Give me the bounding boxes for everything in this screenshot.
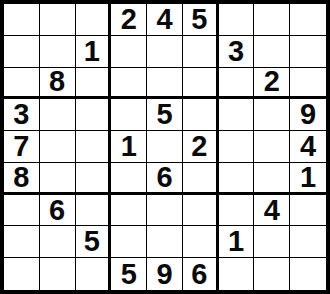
cell-r1c6-given: 5 <box>183 4 219 36</box>
cell-r8c3-given: 5 <box>76 226 112 258</box>
cell-r7c9-empty[interactable] <box>290 195 326 227</box>
cell-r9c2-empty[interactable] <box>40 258 76 290</box>
cell-r4c6-empty[interactable] <box>183 99 219 131</box>
cell-r8c8-empty[interactable] <box>254 226 290 258</box>
cell-r5c7-empty[interactable] <box>219 131 255 163</box>
cell-r6c7-empty[interactable] <box>219 163 255 195</box>
cell-r4c4-empty[interactable] <box>111 99 147 131</box>
cell-r3c4-empty[interactable] <box>111 68 147 100</box>
sudoku-board: 245138235971248616451596 <box>0 0 330 294</box>
cell-r4c2-empty[interactable] <box>40 99 76 131</box>
cell-r5c1-given: 7 <box>4 131 40 163</box>
cell-r4c3-empty[interactable] <box>76 99 112 131</box>
cell-r6c1-given: 8 <box>4 163 40 195</box>
cell-r9c5-given: 9 <box>147 258 183 290</box>
cell-r7c2-given: 6 <box>40 195 76 227</box>
cell-r7c8-given: 4 <box>254 195 290 227</box>
cell-r6c2-empty[interactable] <box>40 163 76 195</box>
cell-r2c6-empty[interactable] <box>183 36 219 68</box>
cell-r1c2-empty[interactable] <box>40 4 76 36</box>
cell-r2c8-empty[interactable] <box>254 36 290 68</box>
cell-r4c5-given: 5 <box>147 99 183 131</box>
cell-r5c3-empty[interactable] <box>76 131 112 163</box>
cell-r8c5-empty[interactable] <box>147 226 183 258</box>
cell-r8c1-empty[interactable] <box>4 226 40 258</box>
cell-r6c3-empty[interactable] <box>76 163 112 195</box>
cell-r2c7-given: 3 <box>219 36 255 68</box>
cell-r5c5-empty[interactable] <box>147 131 183 163</box>
cell-r2c4-empty[interactable] <box>111 36 147 68</box>
cell-r6c9-given: 1 <box>290 163 326 195</box>
cell-r1c8-empty[interactable] <box>254 4 290 36</box>
cell-r1c3-empty[interactable] <box>76 4 112 36</box>
cell-r9c1-empty[interactable] <box>4 258 40 290</box>
cell-r1c7-empty[interactable] <box>219 4 255 36</box>
cell-r3c1-empty[interactable] <box>4 68 40 100</box>
cell-r7c5-empty[interactable] <box>147 195 183 227</box>
cell-r7c6-empty[interactable] <box>183 195 219 227</box>
cell-r7c7-empty[interactable] <box>219 195 255 227</box>
cell-r5c8-empty[interactable] <box>254 131 290 163</box>
cell-r2c3-given: 1 <box>76 36 112 68</box>
cell-r4c7-empty[interactable] <box>219 99 255 131</box>
cell-r3c8-given: 2 <box>254 68 290 100</box>
cell-r3c5-empty[interactable] <box>147 68 183 100</box>
cell-r2c5-empty[interactable] <box>147 36 183 68</box>
sudoku-page: 245138235971248616451596 <box>0 0 330 294</box>
cell-r3c6-empty[interactable] <box>183 68 219 100</box>
cell-r5c6-given: 2 <box>183 131 219 163</box>
cell-r1c9-empty[interactable] <box>290 4 326 36</box>
cell-r9c8-empty[interactable] <box>254 258 290 290</box>
cell-r5c9-given: 4 <box>290 131 326 163</box>
cell-r3c9-empty[interactable] <box>290 68 326 100</box>
cell-r6c6-empty[interactable] <box>183 163 219 195</box>
cell-r4c9-given: 9 <box>290 99 326 131</box>
cell-r1c1-empty[interactable] <box>4 4 40 36</box>
cell-r1c4-given: 2 <box>111 4 147 36</box>
cell-r3c7-empty[interactable] <box>219 68 255 100</box>
cell-r8c2-empty[interactable] <box>40 226 76 258</box>
cell-r5c4-given: 1 <box>111 131 147 163</box>
cell-r8c4-empty[interactable] <box>111 226 147 258</box>
cell-r8c7-given: 1 <box>219 226 255 258</box>
cell-r1c5-given: 4 <box>147 4 183 36</box>
cell-r3c3-empty[interactable] <box>76 68 112 100</box>
cell-r2c2-empty[interactable] <box>40 36 76 68</box>
cell-r9c3-empty[interactable] <box>76 258 112 290</box>
cell-r9c7-empty[interactable] <box>219 258 255 290</box>
cell-r4c8-empty[interactable] <box>254 99 290 131</box>
cell-r5c2-empty[interactable] <box>40 131 76 163</box>
cell-r9c6-given: 6 <box>183 258 219 290</box>
cell-r8c9-empty[interactable] <box>290 226 326 258</box>
cell-r7c3-empty[interactable] <box>76 195 112 227</box>
cell-r6c4-empty[interactable] <box>111 163 147 195</box>
cell-r8c6-empty[interactable] <box>183 226 219 258</box>
cell-r9c9-empty[interactable] <box>290 258 326 290</box>
cell-r3c2-given: 8 <box>40 68 76 100</box>
cell-r7c4-empty[interactable] <box>111 195 147 227</box>
cell-r2c1-empty[interactable] <box>4 36 40 68</box>
cell-r4c1-given: 3 <box>4 99 40 131</box>
cell-r9c4-given: 5 <box>111 258 147 290</box>
cell-r7c1-empty[interactable] <box>4 195 40 227</box>
cell-r6c8-empty[interactable] <box>254 163 290 195</box>
cell-r6c5-given: 6 <box>147 163 183 195</box>
cell-r2c9-empty[interactable] <box>290 36 326 68</box>
